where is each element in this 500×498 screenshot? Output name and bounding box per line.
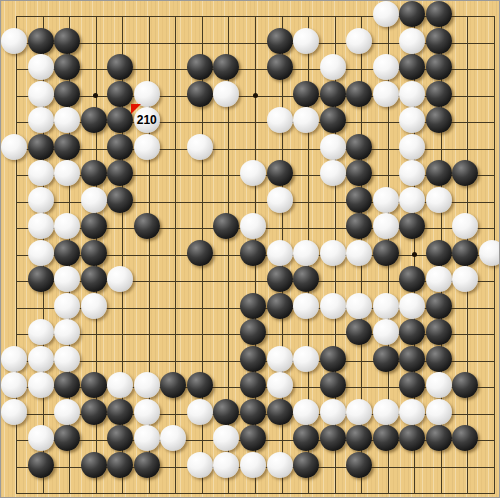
black-stone[interactable]	[293, 81, 319, 107]
black-stone[interactable]	[240, 293, 266, 319]
black-stone[interactable]	[320, 81, 346, 107]
star-point	[93, 93, 98, 98]
black-stone[interactable]	[107, 107, 133, 133]
black-stone[interactable]	[346, 134, 372, 160]
black-stone[interactable]	[81, 160, 107, 186]
white-stone[interactable]	[426, 266, 452, 292]
black-stone[interactable]	[399, 213, 425, 239]
white-stone[interactable]	[452, 266, 478, 292]
white-stone[interactable]	[267, 372, 293, 398]
white-stone[interactable]	[54, 107, 80, 133]
white-stone[interactable]	[240, 213, 266, 239]
star-point	[253, 93, 258, 98]
black-stone[interactable]	[346, 187, 372, 213]
white-stone[interactable]	[240, 452, 266, 478]
black-stone[interactable]	[399, 54, 425, 80]
white-stone[interactable]	[54, 160, 80, 186]
black-stone[interactable]	[452, 240, 478, 266]
black-stone[interactable]	[320, 346, 346, 372]
white-stone[interactable]	[28, 213, 54, 239]
white-stone[interactable]	[320, 293, 346, 319]
white-stone[interactable]	[1, 28, 27, 54]
black-stone[interactable]	[452, 425, 478, 451]
black-stone[interactable]	[54, 81, 80, 107]
black-stone[interactable]	[187, 240, 213, 266]
black-stone[interactable]	[426, 107, 452, 133]
white-stone[interactable]	[267, 107, 293, 133]
black-stone[interactable]	[426, 28, 452, 54]
black-stone[interactable]	[426, 54, 452, 80]
black-stone[interactable]	[107, 54, 133, 80]
black-stone[interactable]	[28, 452, 54, 478]
white-stone[interactable]	[426, 399, 452, 425]
white-stone[interactable]	[373, 399, 399, 425]
black-stone[interactable]	[240, 399, 266, 425]
white-stone[interactable]	[160, 425, 186, 451]
white-stone[interactable]	[134, 425, 160, 451]
white-stone[interactable]	[240, 160, 266, 186]
black-stone[interactable]	[213, 213, 239, 239]
black-stone[interactable]	[426, 1, 452, 27]
black-stone[interactable]	[240, 319, 266, 345]
white-stone[interactable]	[399, 81, 425, 107]
black-stone[interactable]	[54, 372, 80, 398]
white-stone[interactable]	[373, 293, 399, 319]
black-stone[interactable]	[373, 240, 399, 266]
black-stone[interactable]	[107, 134, 133, 160]
black-stone[interactable]	[399, 372, 425, 398]
black-stone[interactable]	[452, 372, 478, 398]
black-stone[interactable]	[320, 425, 346, 451]
last-move-marker-icon	[131, 104, 141, 114]
white-stone[interactable]	[293, 28, 319, 54]
white-stone[interactable]	[373, 1, 399, 27]
white-stone[interactable]	[107, 266, 133, 292]
black-stone[interactable]	[267, 160, 293, 186]
white-stone[interactable]	[399, 28, 425, 54]
black-stone[interactable]	[267, 399, 293, 425]
black-stone[interactable]	[187, 81, 213, 107]
black-stone[interactable]	[213, 399, 239, 425]
white-stone[interactable]	[213, 425, 239, 451]
black-stone[interactable]	[187, 372, 213, 398]
black-stone[interactable]	[267, 28, 293, 54]
black-stone[interactable]	[346, 160, 372, 186]
black-stone[interactable]	[426, 160, 452, 186]
black-stone[interactable]	[267, 54, 293, 80]
black-stone[interactable]	[320, 372, 346, 398]
black-stone[interactable]	[54, 54, 80, 80]
white-stone[interactable]	[213, 452, 239, 478]
black-stone[interactable]	[267, 266, 293, 292]
black-stone[interactable]	[346, 81, 372, 107]
black-stone[interactable]	[54, 425, 80, 451]
black-stone[interactable]	[293, 266, 319, 292]
white-stone[interactable]	[373, 81, 399, 107]
black-stone[interactable]	[54, 134, 80, 160]
white-stone[interactable]	[293, 346, 319, 372]
black-stone[interactable]	[293, 452, 319, 478]
white-stone[interactable]	[28, 319, 54, 345]
black-stone[interactable]	[426, 240, 452, 266]
white-stone[interactable]	[346, 28, 372, 54]
black-stone[interactable]	[240, 425, 266, 451]
black-stone[interactable]	[426, 425, 452, 451]
black-stone[interactable]	[399, 425, 425, 451]
star-point	[412, 252, 417, 257]
black-stone[interactable]	[452, 160, 478, 186]
black-stone[interactable]	[293, 425, 319, 451]
black-stone[interactable]	[346, 425, 372, 451]
black-stone[interactable]	[107, 81, 133, 107]
white-stone[interactable]	[187, 134, 213, 160]
white-stone[interactable]	[213, 81, 239, 107]
white-stone[interactable]	[373, 54, 399, 80]
white-stone[interactable]	[293, 399, 319, 425]
white-stone[interactable]	[399, 107, 425, 133]
black-stone[interactable]	[320, 107, 346, 133]
white-stone[interactable]	[1, 399, 27, 425]
white-stone[interactable]	[54, 266, 80, 292]
white-stone[interactable]	[54, 213, 80, 239]
white-stone[interactable]	[81, 187, 107, 213]
black-stone[interactable]	[107, 160, 133, 186]
white-stone[interactable]	[81, 293, 107, 319]
white-stone[interactable]	[346, 240, 372, 266]
black-stone[interactable]	[107, 452, 133, 478]
white-stone[interactable]	[28, 107, 54, 133]
black-stone[interactable]	[213, 54, 239, 80]
black-stone[interactable]	[54, 240, 80, 266]
white-stone[interactable]	[399, 399, 425, 425]
black-stone[interactable]	[399, 319, 425, 345]
black-stone[interactable]	[81, 372, 107, 398]
black-stone[interactable]	[240, 346, 266, 372]
white-stone[interactable]	[426, 187, 452, 213]
black-stone[interactable]	[81, 399, 107, 425]
white-stone[interactable]	[373, 213, 399, 239]
black-stone[interactable]	[107, 399, 133, 425]
black-stone[interactable]	[107, 425, 133, 451]
white-stone[interactable]	[28, 425, 54, 451]
black-stone[interactable]	[399, 266, 425, 292]
go-game-window: 210	[0, 0, 500, 498]
black-stone[interactable]	[399, 1, 425, 27]
black-stone[interactable]	[187, 54, 213, 80]
black-stone[interactable]	[134, 213, 160, 239]
white-stone[interactable]	[320, 240, 346, 266]
white-stone[interactable]	[320, 399, 346, 425]
black-stone[interactable]	[267, 293, 293, 319]
white-stone[interactable]	[187, 399, 213, 425]
white-stone[interactable]	[293, 107, 319, 133]
black-stone[interactable]	[134, 452, 160, 478]
white-stone[interactable]	[54, 293, 80, 319]
white-stone[interactable]	[426, 372, 452, 398]
black-stone[interactable]	[28, 134, 54, 160]
white-stone[interactable]	[1, 346, 27, 372]
white-stone[interactable]	[1, 134, 27, 160]
white-stone[interactable]	[28, 81, 54, 107]
black-stone[interactable]	[81, 266, 107, 292]
black-stone[interactable]	[399, 346, 425, 372]
black-stone[interactable]	[28, 266, 54, 292]
grid-line-horizontal	[16, 493, 495, 494]
white-stone[interactable]	[267, 346, 293, 372]
white-stone[interactable]	[346, 293, 372, 319]
black-stone[interactable]	[54, 28, 80, 54]
white-stone[interactable]	[54, 346, 80, 372]
white-stone[interactable]	[267, 452, 293, 478]
black-stone[interactable]	[81, 240, 107, 266]
black-stone[interactable]	[426, 81, 452, 107]
white-stone[interactable]	[28, 160, 54, 186]
white-stone[interactable]	[28, 54, 54, 80]
white-stone[interactable]	[373, 319, 399, 345]
white-stone[interactable]	[54, 319, 80, 345]
black-stone[interactable]	[373, 346, 399, 372]
white-stone[interactable]	[134, 81, 160, 107]
black-stone[interactable]	[160, 372, 186, 398]
go-board[interactable]: 210	[1, 1, 499, 497]
white-stone[interactable]	[134, 399, 160, 425]
white-stone[interactable]	[399, 134, 425, 160]
white-stone[interactable]	[267, 187, 293, 213]
white-stone[interactable]	[479, 240, 500, 266]
white-stone[interactable]	[107, 372, 133, 398]
white-stone[interactable]	[1, 372, 27, 398]
white-stone[interactable]	[187, 452, 213, 478]
white-stone[interactable]	[28, 187, 54, 213]
black-stone[interactable]	[346, 213, 372, 239]
black-stone[interactable]	[240, 372, 266, 398]
black-stone[interactable]	[81, 107, 107, 133]
black-stone[interactable]	[81, 452, 107, 478]
white-stone[interactable]	[28, 240, 54, 266]
black-stone[interactable]	[346, 452, 372, 478]
white-stone[interactable]	[54, 399, 80, 425]
white-stone[interactable]	[320, 54, 346, 80]
white-stone[interactable]	[293, 240, 319, 266]
black-stone[interactable]	[107, 187, 133, 213]
white-stone[interactable]	[320, 160, 346, 186]
black-stone[interactable]	[240, 240, 266, 266]
black-stone[interactable]	[346, 319, 372, 345]
white-stone[interactable]	[134, 372, 160, 398]
white-stone[interactable]	[373, 187, 399, 213]
white-stone[interactable]	[28, 372, 54, 398]
black-stone[interactable]	[373, 425, 399, 451]
black-stone[interactable]	[426, 293, 452, 319]
white-stone[interactable]	[399, 187, 425, 213]
black-stone[interactable]	[426, 319, 452, 345]
black-stone[interactable]	[426, 346, 452, 372]
white-stone[interactable]	[267, 240, 293, 266]
white-stone[interactable]	[399, 160, 425, 186]
white-stone[interactable]	[399, 293, 425, 319]
white-stone[interactable]	[28, 346, 54, 372]
white-stone[interactable]	[320, 134, 346, 160]
white-stone[interactable]	[293, 293, 319, 319]
white-stone[interactable]	[134, 134, 160, 160]
white-stone[interactable]	[452, 213, 478, 239]
black-stone[interactable]	[81, 213, 107, 239]
white-stone[interactable]	[346, 399, 372, 425]
black-stone[interactable]	[28, 28, 54, 54]
